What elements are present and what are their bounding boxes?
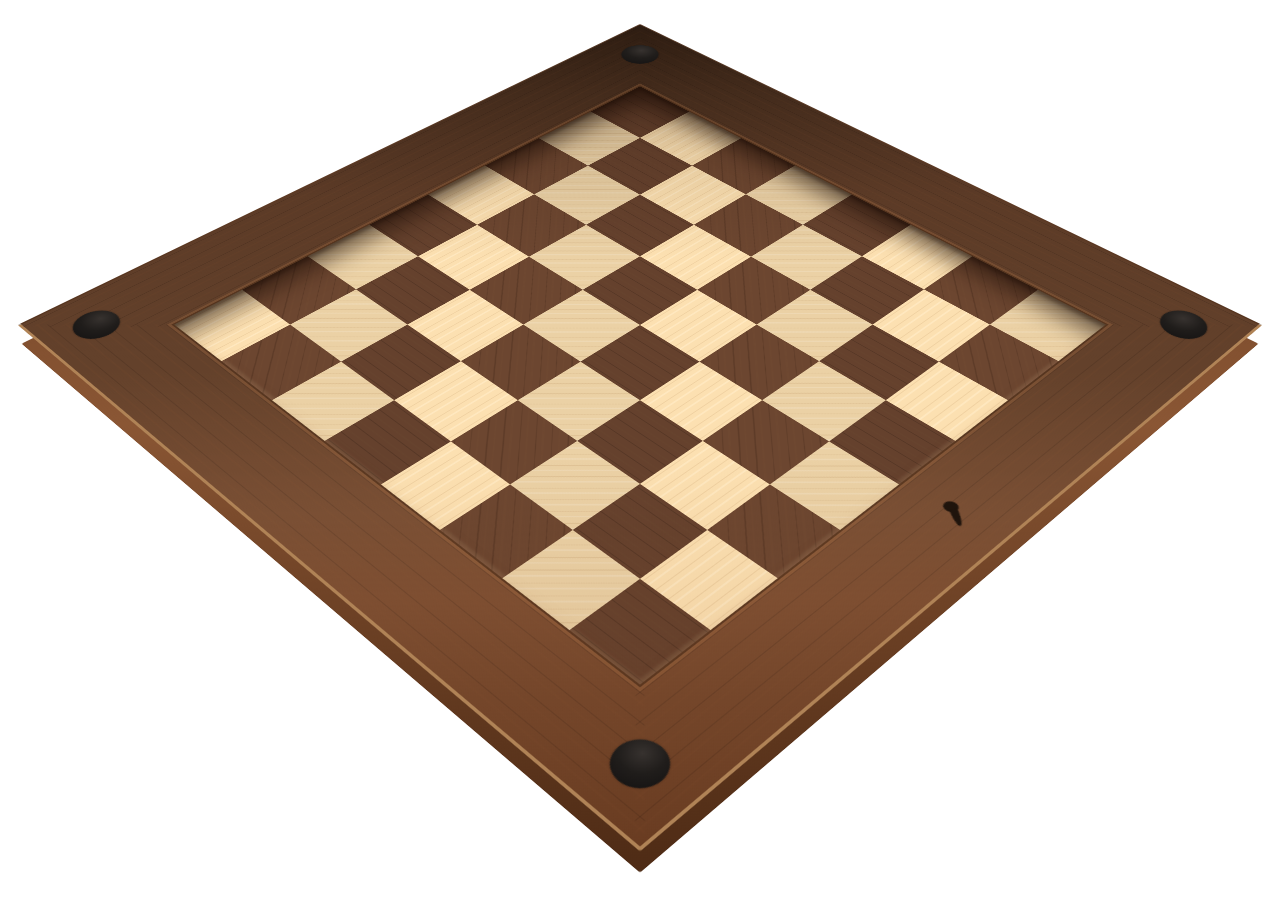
square-e3 (517, 361, 640, 441)
square-c2 (341, 325, 461, 401)
square-b1 (222, 325, 342, 401)
square-h4 (770, 441, 900, 530)
square-h2 (640, 530, 777, 630)
square-d1 (325, 400, 451, 484)
rubber-foot-far-corner (614, 41, 667, 67)
square-g1 (503, 530, 640, 630)
square-f5 (700, 325, 820, 401)
square-e4 (580, 325, 700, 401)
square-e1 (381, 441, 511, 530)
chess-board (18, 24, 1263, 851)
keyhole-slot-icon (930, 496, 980, 531)
square-e2 (451, 400, 577, 484)
square-h5 (829, 400, 955, 484)
square-h7 (939, 325, 1059, 401)
product-photo-stage (0, 0, 1280, 919)
square-f4 (640, 361, 763, 441)
square-g4 (703, 400, 829, 484)
square-h1 (569, 578, 711, 684)
square-f2 (510, 441, 640, 530)
square-g5 (763, 361, 886, 441)
rubber-foot-left-corner (64, 305, 129, 345)
square-f3 (577, 400, 703, 484)
board-scene (0, 0, 1280, 919)
square-h3 (707, 484, 840, 578)
square-d2 (395, 361, 518, 441)
frame-rail-grain-right (535, 279, 1258, 850)
board-frame (18, 24, 1263, 851)
square-d3 (461, 325, 581, 401)
square-c1 (272, 361, 395, 441)
rubber-foot-right-corner (1151, 305, 1216, 345)
square-g2 (573, 484, 706, 578)
playing-field (174, 86, 1106, 684)
rubber-foot-near-corner (597, 730, 682, 799)
square-f1 (440, 484, 573, 578)
square-h6 (885, 361, 1008, 441)
square-g3 (640, 441, 770, 530)
frame-rail-grain-bottom (21, 279, 744, 850)
square-g6 (819, 325, 939, 401)
